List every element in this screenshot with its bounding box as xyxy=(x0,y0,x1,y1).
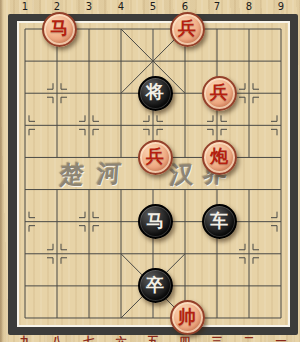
piece-black-chariot[interactable]: 车 xyxy=(202,204,237,239)
piece-glyph: 马 xyxy=(50,19,68,37)
piece-glyph: 车 xyxy=(210,212,228,230)
piece-glyph: 将 xyxy=(146,83,164,101)
file-label-bottom-1: 九 xyxy=(20,336,31,342)
file-label-bottom-4: 六 xyxy=(116,336,127,342)
xiangqi-board-screen: 123456789 楚河 汉界 马兵将兵兵炮马车卒帅 九八七六五四三二一 xyxy=(0,0,300,342)
file-label-top-7: 7 xyxy=(214,0,220,13)
piece-glyph: 卒 xyxy=(146,276,164,294)
file-label-bottom-2: 八 xyxy=(52,336,63,342)
file-label-bottom-8: 二 xyxy=(244,336,255,342)
file-label-top-3: 3 xyxy=(86,0,92,13)
piece-glyph: 兵 xyxy=(178,19,196,37)
file-label-bottom-7: 三 xyxy=(212,336,223,342)
piece-glyph: 兵 xyxy=(146,147,164,165)
piece-glyph: 马 xyxy=(146,212,164,230)
file-label-bottom-3: 七 xyxy=(84,336,95,342)
file-label-top-1: 1 xyxy=(22,0,28,13)
piece-glyph: 帅 xyxy=(178,308,196,326)
piece-black-soldier[interactable]: 卒 xyxy=(138,268,173,303)
piece-glyph: 炮 xyxy=(210,147,228,165)
piece-black-general[interactable]: 将 xyxy=(138,76,173,111)
file-label-top-9: 9 xyxy=(278,0,284,13)
file-label-bottom-9: 一 xyxy=(276,336,287,342)
file-label-bottom-6: 四 xyxy=(180,336,191,342)
piece-red-soldier-b[interactable]: 兵 xyxy=(202,76,237,111)
piece-glyph: 兵 xyxy=(210,83,228,101)
piece-red-cannon[interactable]: 炮 xyxy=(202,140,237,175)
piece-red-general[interactable]: 帅 xyxy=(170,300,205,335)
file-label-top-5: 5 xyxy=(150,0,156,13)
file-label-top-8: 8 xyxy=(246,0,252,13)
piece-red-soldier-c[interactable]: 兵 xyxy=(138,140,173,175)
file-label-bottom-5: 五 xyxy=(148,336,159,342)
river-text-chu: 楚河 xyxy=(59,157,135,192)
piece-red-soldier-a[interactable]: 兵 xyxy=(170,12,205,47)
piece-black-horse[interactable]: 马 xyxy=(138,204,173,239)
file-label-top-4: 4 xyxy=(118,0,124,13)
piece-red-horse[interactable]: 马 xyxy=(42,12,77,47)
